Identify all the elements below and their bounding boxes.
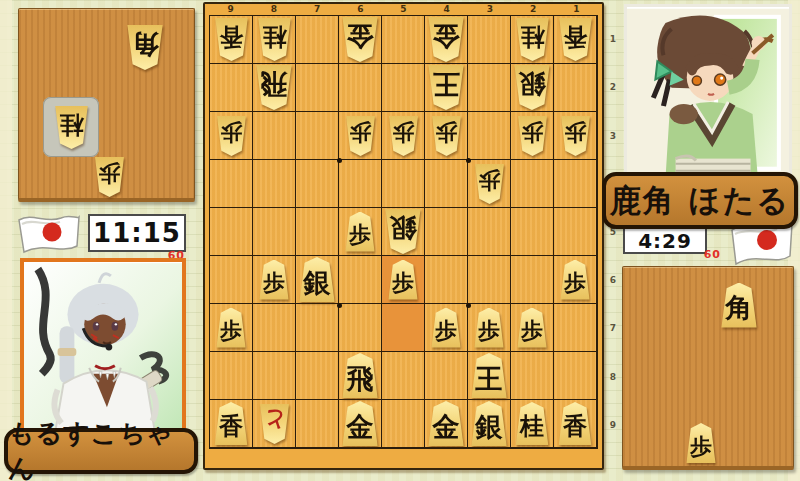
square-8d[interactable] xyxy=(253,160,296,208)
sente-piece-4g[interactable]: 歩 xyxy=(430,308,463,348)
rank-label: 3 xyxy=(607,111,619,159)
right-clock: 4:29 60 xyxy=(623,227,707,254)
square-6d[interactable] xyxy=(339,160,382,208)
left-player-name: もるすこちゃん xyxy=(8,416,194,481)
square-3c[interactable] xyxy=(468,112,511,160)
left-clock: 11:15 60 xyxy=(88,214,186,252)
square-3g[interactable]: 歩 xyxy=(468,304,511,352)
square-6a[interactable]: 金 xyxy=(339,16,382,64)
piece-shadow: と xyxy=(258,404,291,444)
square-4g[interactable]: 歩 xyxy=(425,304,468,352)
gote-piece-4a[interactable]: 金 xyxy=(426,17,466,62)
square-8g[interactable] xyxy=(253,304,296,352)
file-label: 2 xyxy=(512,4,555,14)
rank-label: 8 xyxy=(607,353,619,401)
sente-hand-slot[interactable]: 歩 xyxy=(673,413,729,473)
square-1g[interactable] xyxy=(554,304,597,352)
gote-hand-slot[interactable]: 角 xyxy=(117,17,173,77)
sente-piece-1i[interactable]: 香 xyxy=(557,402,594,445)
square-3a[interactable] xyxy=(468,16,511,64)
square-8b[interactable]: 飛 xyxy=(253,64,296,112)
square-7d[interactable] xyxy=(296,160,339,208)
right-byoyomi: 60 xyxy=(704,248,721,261)
sente-piece-4i[interactable]: 金 xyxy=(426,401,466,446)
square-4i[interactable]: 金 xyxy=(425,400,468,448)
square-3h[interactable]: 王 xyxy=(468,352,511,400)
rank-label: 9 xyxy=(607,401,619,449)
gote-piece-9a[interactable]: 香 xyxy=(213,18,250,61)
piece-shadow: 歩 xyxy=(473,164,506,204)
gote-piece-4b[interactable]: 王 xyxy=(426,65,466,110)
piece-shadow: 歩 xyxy=(516,308,549,348)
square-3d[interactable]: 歩 xyxy=(468,160,511,208)
square-9b[interactable] xyxy=(210,64,253,112)
square-6b[interactable] xyxy=(339,64,382,112)
piece-shadow: 歩 xyxy=(344,212,377,252)
square-1f[interactable]: 歩 xyxy=(554,256,597,304)
piece-shadow: 金 xyxy=(340,17,380,62)
square-7f[interactable]: 銀 xyxy=(296,256,339,304)
piece-shadow: 飛 xyxy=(340,353,380,398)
piece-shadow: 桂 xyxy=(53,106,90,149)
gote-piece-5e[interactable]: 銀 xyxy=(383,209,423,254)
rank-label: 6 xyxy=(607,256,619,304)
sente-hand-slot[interactable]: 角 xyxy=(711,275,767,335)
square-4c[interactable]: 歩 xyxy=(425,112,468,160)
square-2a[interactable]: 桂 xyxy=(511,16,554,64)
square-1h[interactable] xyxy=(554,352,597,400)
hoshi-dot xyxy=(466,303,471,308)
piece-shadow: 香 xyxy=(213,402,250,445)
piece-shadow: 歩 xyxy=(430,116,463,156)
gote-hand-piece[interactable]: 角 xyxy=(125,25,165,70)
file-label: 9 xyxy=(209,4,252,14)
sente-piece-9i[interactable]: 香 xyxy=(213,402,250,445)
square-2i[interactable]: 桂 xyxy=(511,400,554,448)
gote-hand-tray: 角桂歩 xyxy=(18,8,195,202)
hoshi-dot xyxy=(337,303,342,308)
piece-shadow: 歩 xyxy=(387,116,420,156)
square-6f[interactable] xyxy=(339,256,382,304)
square-5f[interactable]: 歩 xyxy=(382,256,425,304)
gote-piece-8a[interactable]: 桂 xyxy=(256,18,293,61)
square-6h[interactable]: 飛 xyxy=(339,352,382,400)
square-2f[interactable] xyxy=(511,256,554,304)
square-7h[interactable] xyxy=(296,352,339,400)
sente-piece-5f[interactable]: 歩 xyxy=(387,260,420,300)
square-2d[interactable] xyxy=(511,160,554,208)
sente-piece-1f[interactable]: 歩 xyxy=(559,260,592,300)
sente-piece-3i[interactable]: 銀 xyxy=(469,401,509,446)
left-avatar-image xyxy=(24,262,182,442)
sente-piece-8f[interactable]: 歩 xyxy=(258,260,291,300)
square-7e[interactable] xyxy=(296,208,339,256)
gote-piece-5c[interactable]: 歩 xyxy=(387,116,420,156)
gote-piece-2c[interactable]: 歩 xyxy=(516,116,549,156)
square-9e[interactable] xyxy=(210,208,253,256)
square-4a[interactable]: 金 xyxy=(425,16,468,64)
piece-shadow: 王 xyxy=(469,353,509,398)
square-1a[interactable]: 香 xyxy=(554,16,597,64)
square-2h[interactable] xyxy=(511,352,554,400)
square-5h[interactable] xyxy=(382,352,425,400)
sente-hand-piece[interactable]: 歩 xyxy=(685,423,718,463)
piece-shadow: 歩 xyxy=(387,260,420,300)
square-7b[interactable] xyxy=(296,64,339,112)
piece-shadow: 銀 xyxy=(512,65,552,110)
piece-shadow: 歩 xyxy=(430,308,463,348)
file-label: 4 xyxy=(425,4,468,14)
square-4f[interactable] xyxy=(425,256,468,304)
gote-hand-piece[interactable]: 歩 xyxy=(93,157,126,197)
sente-piece-2g[interactable]: 歩 xyxy=(516,308,549,348)
sente-piece-2i[interactable]: 桂 xyxy=(514,402,551,445)
rank-label: 1 xyxy=(607,15,619,63)
square-4e[interactable] xyxy=(425,208,468,256)
square-5e[interactable]: 銀 xyxy=(382,208,425,256)
piece-shadow: 歩 xyxy=(473,308,506,348)
square-4b[interactable]: 王 xyxy=(425,64,468,112)
square-9i[interactable]: 香 xyxy=(210,400,253,448)
piece-shadow: 角 xyxy=(125,25,165,70)
sente-hand-piece[interactable]: 角 xyxy=(719,283,759,328)
sente-piece-3h[interactable]: 王 xyxy=(469,353,509,398)
piece-shadow: 角 xyxy=(719,283,759,328)
square-3e[interactable] xyxy=(468,208,511,256)
piece-shadow: 銀 xyxy=(297,257,337,302)
square-2c[interactable]: 歩 xyxy=(511,112,554,160)
japan-flag-icon xyxy=(16,210,82,258)
board-grid: 香桂金金桂香飛王銀歩歩歩歩歩歩歩歩銀歩銀歩歩歩歩歩歩飛王香と金金銀桂香 xyxy=(209,15,598,449)
hoshi-dot xyxy=(466,158,471,163)
square-6c[interactable]: 歩 xyxy=(339,112,382,160)
square-5a[interactable] xyxy=(382,16,425,64)
square-1c[interactable]: 歩 xyxy=(554,112,597,160)
piece-shadow: 歩 xyxy=(685,423,718,463)
piece-shadow: 王 xyxy=(426,65,466,110)
right-player-name: 鹿角 ほたる xyxy=(610,180,790,222)
square-2g[interactable]: 歩 xyxy=(511,304,554,352)
gote-piece-8i[interactable]: と xyxy=(258,404,291,444)
square-9d[interactable] xyxy=(210,160,253,208)
square-9h[interactable] xyxy=(210,352,253,400)
square-5c[interactable]: 歩 xyxy=(382,112,425,160)
square-9g[interactable]: 歩 xyxy=(210,304,253,352)
piece-shadow: 金 xyxy=(340,401,380,446)
piece-shadow: 歩 xyxy=(215,308,248,348)
shogi-app: 角桂歩 11:15 60 xyxy=(0,0,800,481)
right-nameplate: 鹿角 ほたる xyxy=(602,172,798,229)
sente-piece-6e[interactable]: 歩 xyxy=(344,212,377,252)
square-1e[interactable] xyxy=(554,208,597,256)
file-labels: 987654321 xyxy=(209,4,598,14)
hoshi-dot xyxy=(337,158,342,163)
gote-piece-1c[interactable]: 歩 xyxy=(559,116,592,156)
square-8i[interactable]: と xyxy=(253,400,296,448)
square-7g[interactable] xyxy=(296,304,339,352)
piece-shadow: 歩 xyxy=(559,260,592,300)
gote-piece-4c[interactable]: 歩 xyxy=(430,116,463,156)
gote-piece-2b[interactable]: 銀 xyxy=(512,65,552,110)
file-label: 8 xyxy=(252,4,295,14)
square-5g[interactable] xyxy=(382,304,425,352)
square-2b[interactable]: 銀 xyxy=(511,64,554,112)
gote-piece-6a[interactable]: 金 xyxy=(340,17,380,62)
sente-hand-tray: 角歩 xyxy=(622,266,794,470)
sente-piece-6i[interactable]: 金 xyxy=(340,401,380,446)
square-3i[interactable]: 銀 xyxy=(468,400,511,448)
sente-piece-9g[interactable]: 歩 xyxy=(215,308,248,348)
square-8c[interactable] xyxy=(253,112,296,160)
square-5i[interactable] xyxy=(382,400,425,448)
square-2e[interactable] xyxy=(511,208,554,256)
file-label: 6 xyxy=(339,4,382,14)
file-label: 1 xyxy=(555,4,598,14)
left-nameplate: もるすこちゃん xyxy=(4,428,198,474)
piece-shadow: 香 xyxy=(213,18,250,61)
piece-shadow: 金 xyxy=(426,17,466,62)
square-8h[interactable] xyxy=(253,352,296,400)
square-7i[interactable] xyxy=(296,400,339,448)
square-9f[interactable] xyxy=(210,256,253,304)
file-label: 3 xyxy=(468,4,511,14)
file-label: 5 xyxy=(382,4,425,14)
square-1d[interactable] xyxy=(554,160,597,208)
sente-piece-6h[interactable]: 飛 xyxy=(340,353,380,398)
piece-shadow: 銀 xyxy=(383,209,423,254)
gote-piece-3d[interactable]: 歩 xyxy=(473,164,506,204)
piece-shadow: 歩 xyxy=(516,116,549,156)
square-6e[interactable]: 歩 xyxy=(339,208,382,256)
square-5b[interactable] xyxy=(382,64,425,112)
square-3f[interactable] xyxy=(468,256,511,304)
piece-shadow: 桂 xyxy=(514,402,551,445)
square-8e[interactable] xyxy=(253,208,296,256)
piece-shadow: 歩 xyxy=(344,116,377,156)
right-clock-time: 4:29 xyxy=(638,229,692,253)
gote-piece-1a[interactable]: 香 xyxy=(557,18,594,61)
sente-piece-3g[interactable]: 歩 xyxy=(473,308,506,348)
piece-shadow: 歩 xyxy=(93,157,126,197)
square-7a[interactable] xyxy=(296,16,339,64)
square-4h[interactable] xyxy=(425,352,468,400)
square-8a[interactable]: 桂 xyxy=(253,16,296,64)
gote-piece-8b[interactable]: 飛 xyxy=(254,65,294,110)
square-7c[interactable] xyxy=(296,112,339,160)
left-clock-time: 11:15 xyxy=(93,218,181,248)
gote-hand-piece[interactable]: 桂 xyxy=(53,106,90,149)
square-4d[interactable] xyxy=(425,160,468,208)
piece-shadow: 桂 xyxy=(256,18,293,61)
square-3b[interactable] xyxy=(468,64,511,112)
gote-piece-9c[interactable]: 歩 xyxy=(215,116,248,156)
square-8f[interactable]: 歩 xyxy=(253,256,296,304)
square-9a[interactable]: 香 xyxy=(210,16,253,64)
file-label: 7 xyxy=(295,4,338,14)
sente-piece-7f[interactable]: 銀 xyxy=(297,257,337,302)
piece-shadow: 歩 xyxy=(215,116,248,156)
square-6i[interactable]: 金 xyxy=(339,400,382,448)
left-edge-strip xyxy=(0,0,12,481)
rank-labels: 123456789 xyxy=(607,15,619,449)
piece-shadow: 桂 xyxy=(514,18,551,61)
rank-label: 7 xyxy=(607,304,619,352)
gote-piece-6c[interactable]: 歩 xyxy=(344,116,377,156)
piece-shadow: 歩 xyxy=(559,116,592,156)
square-9c[interactable]: 歩 xyxy=(210,112,253,160)
square-1i[interactable]: 香 xyxy=(554,400,597,448)
gote-piece-2a[interactable]: 桂 xyxy=(514,18,551,61)
square-6g[interactable] xyxy=(339,304,382,352)
piece-shadow: 金 xyxy=(426,401,466,446)
gote-hand-slot[interactable]: 歩 xyxy=(81,147,137,207)
piece-shadow: 香 xyxy=(557,18,594,61)
rank-label: 2 xyxy=(607,63,619,111)
square-1b[interactable] xyxy=(554,64,597,112)
piece-shadow: 歩 xyxy=(258,260,291,300)
piece-shadow: 香 xyxy=(557,402,594,445)
piece-shadow: 銀 xyxy=(469,401,509,446)
piece-shadow: 飛 xyxy=(254,65,294,110)
square-5d[interactable] xyxy=(382,160,425,208)
shogi-board: 987654321 香桂金金桂香飛王銀歩歩歩歩歩歩歩歩銀歩銀歩歩歩歩歩歩飛王香と… xyxy=(203,2,604,470)
